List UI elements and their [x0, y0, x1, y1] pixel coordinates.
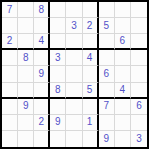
sudoku-cell-r8c2[interactable] [18, 115, 34, 131]
sudoku-cell-r5c4[interactable] [50, 66, 66, 82]
sudoku-cell-r3c7[interactable] [99, 34, 115, 50]
sudoku-cell-r8c5[interactable] [66, 115, 82, 131]
sudoku-cell-r8c8[interactable] [115, 115, 131, 131]
sudoku-cell-r5c2[interactable] [18, 66, 34, 82]
sudoku-cell-r6c8[interactable]: 4 [115, 83, 131, 99]
sudoku-cell-r4c9[interactable] [131, 50, 147, 66]
given-digit: 3 [71, 21, 77, 31]
sudoku-cell-r4c8[interactable] [115, 50, 131, 66]
given-digit: 6 [136, 101, 142, 111]
sudoku-cell-r6c6[interactable]: 5 [83, 83, 99, 99]
sudoku-cell-r3c8[interactable]: 6 [115, 34, 131, 50]
sudoku-cell-r6c7[interactable] [99, 83, 115, 99]
sudoku-cell-r6c1[interactable] [2, 83, 18, 99]
sudoku-cell-r5c3[interactable]: 9 [34, 66, 50, 82]
sudoku-cell-r3c9[interactable] [131, 34, 147, 50]
given-digit: 2 [87, 21, 93, 31]
sudoku-cell-r1c5[interactable] [66, 2, 82, 18]
sudoku-cell-r5c6[interactable] [83, 66, 99, 82]
sudoku-cell-r7c6[interactable] [83, 99, 99, 115]
given-digit: 4 [120, 85, 126, 95]
sudoku-cell-r9c5[interactable] [66, 131, 82, 147]
sudoku-cell-r3c3[interactable]: 4 [34, 34, 50, 50]
sudoku-cell-r4c3[interactable] [34, 50, 50, 66]
sudoku-cell-r8c3[interactable]: 2 [34, 115, 50, 131]
sudoku-cell-r9c1[interactable] [2, 131, 18, 147]
sudoku-cell-r1c6[interactable] [83, 2, 99, 18]
sudoku-cell-r8c7[interactable] [99, 115, 115, 131]
sudoku-cell-r1c9[interactable] [131, 2, 147, 18]
given-digit: 4 [87, 53, 93, 63]
sudoku-cell-r9c2[interactable] [18, 131, 34, 147]
given-digit: 8 [55, 85, 61, 95]
sudoku-cell-r3c1[interactable]: 2 [2, 34, 18, 50]
sudoku-cell-r2c8[interactable] [115, 18, 131, 34]
sudoku-cell-r6c5[interactable] [66, 83, 82, 99]
sudoku-cell-r4c2[interactable]: 8 [18, 50, 34, 66]
sudoku-cell-r2c4[interactable] [50, 18, 66, 34]
sudoku-cell-r7c9[interactable]: 6 [131, 99, 147, 115]
given-digit: 2 [7, 36, 13, 46]
sudoku-cell-r5c7[interactable]: 6 [99, 66, 115, 82]
sudoku-cell-r2c9[interactable] [131, 18, 147, 34]
given-digit: 9 [38, 69, 44, 79]
sudoku-cell-r9c4[interactable] [50, 131, 66, 147]
sudoku-cell-r4c6[interactable]: 4 [83, 50, 99, 66]
sudoku-cell-r7c5[interactable] [66, 99, 82, 115]
given-digit: 3 [55, 53, 61, 63]
sudoku-cell-r1c3[interactable]: 8 [34, 2, 50, 18]
given-digit: 4 [38, 36, 44, 46]
sudoku-cell-r1c1[interactable]: 7 [2, 2, 18, 18]
sudoku-cell-r3c6[interactable] [83, 34, 99, 50]
sudoku-cell-r9c3[interactable] [34, 131, 50, 147]
sudoku-cell-r9c7[interactable]: 9 [99, 131, 115, 147]
sudoku-cell-r5c1[interactable] [2, 66, 18, 82]
sudoku-cell-r7c8[interactable] [115, 99, 131, 115]
sudoku-cell-r8c4[interactable]: 9 [50, 115, 66, 131]
given-digit: 6 [103, 69, 109, 79]
sudoku-cell-r4c7[interactable] [99, 50, 115, 66]
given-digit: 7 [103, 101, 109, 111]
given-digit: 8 [23, 53, 29, 63]
sudoku-cell-r3c4[interactable] [50, 34, 66, 50]
sudoku-cell-r9c9[interactable]: 3 [131, 131, 147, 147]
sudoku-cell-r9c8[interactable] [115, 131, 131, 147]
given-digit: 1 [87, 117, 93, 127]
sudoku-cell-r8c9[interactable] [131, 115, 147, 131]
sudoku-cell-r8c6[interactable]: 1 [83, 115, 99, 131]
given-digit: 7 [7, 5, 13, 15]
sudoku-cell-r2c6[interactable]: 2 [83, 18, 99, 34]
sudoku-cell-r6c9[interactable] [131, 83, 147, 99]
given-digit: 9 [55, 117, 61, 127]
given-digit: 6 [120, 36, 126, 46]
sudoku-cell-r8c1[interactable] [2, 115, 18, 131]
sudoku-cell-r4c4[interactable]: 3 [50, 50, 66, 66]
sudoku-cell-r6c2[interactable] [18, 83, 34, 99]
sudoku-cell-r9c6[interactable] [83, 131, 99, 147]
sudoku-cell-r7c7[interactable]: 7 [99, 99, 115, 115]
sudoku-cell-r7c3[interactable] [34, 99, 50, 115]
sudoku-cell-r3c5[interactable] [66, 34, 82, 50]
sudoku-cell-r7c2[interactable]: 9 [18, 99, 34, 115]
given-digit: 5 [87, 85, 93, 95]
sudoku-cell-r5c9[interactable] [131, 66, 147, 82]
sudoku-cell-r1c7[interactable] [99, 2, 115, 18]
sudoku-cell-r5c8[interactable] [115, 66, 131, 82]
sudoku-cell-r6c3[interactable] [34, 83, 50, 99]
sudoku-cell-r3c2[interactable] [18, 34, 34, 50]
sudoku-cell-r7c4[interactable] [50, 99, 66, 115]
sudoku-cell-r2c7[interactable]: 5 [99, 18, 115, 34]
sudoku-cell-r5c5[interactable] [66, 66, 82, 82]
sudoku-cell-r1c8[interactable] [115, 2, 131, 18]
sudoku-cell-r4c5[interactable] [66, 50, 82, 66]
sudoku-cell-r2c1[interactable] [2, 18, 18, 34]
sudoku-board: 783252468349685497629193 [0, 0, 149, 149]
given-digit: 5 [103, 21, 109, 31]
sudoku-cell-r2c2[interactable] [18, 18, 34, 34]
sudoku-cell-r2c3[interactable] [34, 18, 50, 34]
sudoku-cell-r2c5[interactable]: 3 [66, 18, 82, 34]
sudoku-cell-r6c4[interactable]: 8 [50, 83, 66, 99]
given-digit: 2 [38, 117, 44, 127]
given-digit: 8 [38, 5, 44, 15]
sudoku-cell-r7c1[interactable] [2, 99, 18, 115]
sudoku-cell-r4c1[interactable] [2, 50, 18, 66]
sudoku-cell-r1c4[interactable] [50, 2, 66, 18]
given-digit: 9 [23, 101, 29, 111]
given-digit: 3 [136, 134, 142, 144]
sudoku-cell-r1c2[interactable] [18, 2, 34, 18]
given-digit: 9 [103, 134, 109, 144]
